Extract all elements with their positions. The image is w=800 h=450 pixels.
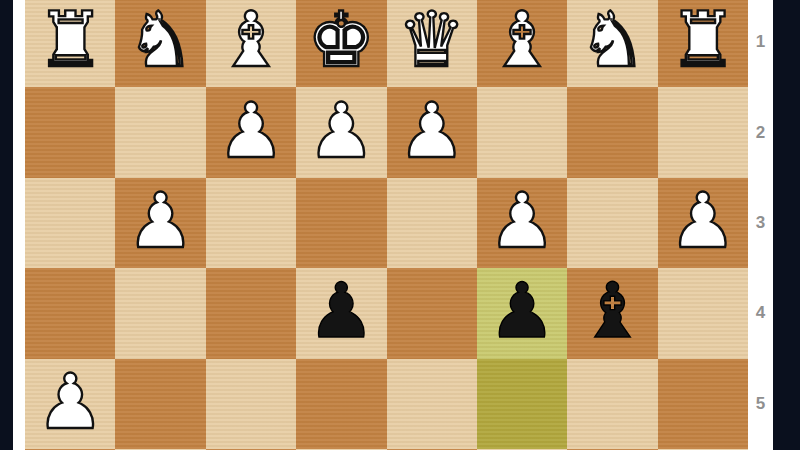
square-h5[interactable]: ♟ [25, 359, 115, 449]
rank-label-5: 5 [748, 394, 773, 414]
square-b3[interactable] [567, 178, 657, 268]
black-bishop-b4[interactable]: ♝ [578, 273, 646, 349]
square-d4[interactable] [387, 268, 477, 358]
square-c3[interactable]: ♟ [477, 178, 567, 268]
white-pawn-a3[interactable]: ♟ [669, 183, 737, 259]
chess-app-viewport: ♜♞♝♚♛♝♞♜♟♟♟♟♟♟♟♟♝♟ 12345 [0, 0, 800, 450]
square-h1[interactable]: ♜ [25, 0, 115, 87]
white-rook-a1[interactable]: ♜ [669, 2, 737, 78]
square-e4[interactable]: ♟ [296, 268, 386, 358]
left-background-bar [0, 0, 13, 450]
left-board-margin [13, 0, 25, 450]
square-g3[interactable]: ♟ [115, 178, 205, 268]
square-a1[interactable]: ♜ [658, 0, 748, 87]
rank-label-4: 4 [748, 303, 773, 323]
square-a4[interactable] [658, 268, 748, 358]
square-g4[interactable] [115, 268, 205, 358]
square-c1[interactable]: ♝ [477, 0, 567, 87]
square-a2[interactable] [658, 87, 748, 177]
square-b4[interactable]: ♝ [567, 268, 657, 358]
square-h3[interactable] [25, 178, 115, 268]
white-pawn-d2[interactable]: ♟ [398, 93, 466, 169]
square-h2[interactable] [25, 87, 115, 177]
square-d1[interactable]: ♛ [387, 0, 477, 87]
white-pawn-f2[interactable]: ♟ [217, 93, 285, 169]
white-pawn-h5[interactable]: ♟ [36, 364, 104, 440]
black-pawn-e4[interactable]: ♟ [307, 273, 375, 349]
white-bishop-c1[interactable]: ♝ [488, 2, 556, 78]
rank-label-1: 1 [748, 32, 773, 52]
black-pawn-c4[interactable]: ♟ [488, 273, 556, 349]
square-b2[interactable] [567, 87, 657, 177]
square-e5[interactable] [296, 359, 386, 449]
square-f1[interactable]: ♝ [206, 0, 296, 87]
square-f5[interactable] [206, 359, 296, 449]
white-knight-g1[interactable]: ♞ [127, 2, 195, 78]
white-queen-d1[interactable]: ♛ [398, 2, 466, 78]
square-e2[interactable]: ♟ [296, 87, 386, 177]
square-a5[interactable] [658, 359, 748, 449]
white-pawn-c3[interactable]: ♟ [488, 183, 556, 259]
square-f3[interactable] [206, 178, 296, 268]
square-f2[interactable]: ♟ [206, 87, 296, 177]
white-pawn-g3[interactable]: ♟ [127, 183, 195, 259]
rank-label-3: 3 [748, 213, 773, 233]
white-pawn-e2[interactable]: ♟ [307, 93, 375, 169]
white-king-e1[interactable]: ♚ [307, 2, 375, 78]
square-c2[interactable] [477, 87, 567, 177]
square-f4[interactable] [206, 268, 296, 358]
chess-board: ♜♞♝♚♛♝♞♜♟♟♟♟♟♟♟♟♝♟ [25, 0, 748, 450]
right-background-bar [773, 0, 800, 450]
white-knight-b1[interactable]: ♞ [578, 2, 646, 78]
white-rook-h1[interactable]: ♜ [36, 2, 104, 78]
square-g2[interactable] [115, 87, 205, 177]
square-e3[interactable] [296, 178, 386, 268]
square-d3[interactable] [387, 178, 477, 268]
square-g5[interactable] [115, 359, 205, 449]
square-e1[interactable]: ♚ [296, 0, 386, 87]
square-h4[interactable] [25, 268, 115, 358]
rank-label-2: 2 [748, 123, 773, 143]
square-a3[interactable]: ♟ [658, 178, 748, 268]
square-d2[interactable]: ♟ [387, 87, 477, 177]
square-c5[interactable] [477, 359, 567, 449]
square-c4[interactable]: ♟ [477, 268, 567, 358]
white-bishop-f1[interactable]: ♝ [217, 2, 285, 78]
square-g1[interactable]: ♞ [115, 0, 205, 87]
square-b1[interactable]: ♞ [567, 0, 657, 87]
square-d5[interactable] [387, 359, 477, 449]
square-b5[interactable] [567, 359, 657, 449]
